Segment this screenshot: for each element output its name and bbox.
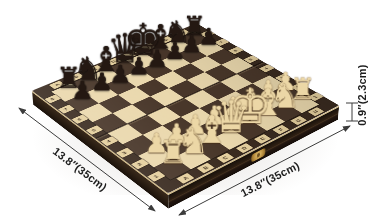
product-photo: AA88BB77CC66DD55EE44FF33GG22HH11 ♜♞♝♛♚♝♞… [0,0,376,220]
thickness-dimension-label: 0.9″(2.3cm) [356,50,368,140]
pawn-glyph: ♟ [58,78,106,103]
scene: AA88BB77CC66DD55EE44FF33GG22HH11 ♜♞♝♛♚♝♞… [0,0,376,220]
brass-clasp [251,148,265,163]
rook-glyph: ♜ [147,137,200,169]
clasp-knob [257,152,260,158]
